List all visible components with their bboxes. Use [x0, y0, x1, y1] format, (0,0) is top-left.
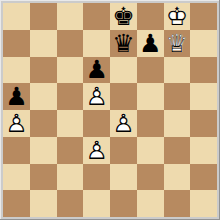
square-a1[interactable]: [3, 190, 30, 217]
square-d2[interactable]: [83, 164, 110, 191]
square-a2[interactable]: [3, 164, 30, 191]
square-d1[interactable]: [83, 190, 110, 217]
square-g5[interactable]: [164, 83, 191, 110]
square-c5[interactable]: [57, 83, 84, 110]
square-g6[interactable]: [164, 57, 191, 84]
square-e6[interactable]: [110, 57, 137, 84]
square-a4[interactable]: ♟♙: [3, 110, 30, 137]
square-b3[interactable]: [30, 137, 57, 164]
piece-outline-glyph: ♙: [85, 138, 107, 163]
square-d7[interactable]: [83, 30, 110, 57]
square-c4[interactable]: [57, 110, 84, 137]
square-a5[interactable]: ♟: [3, 83, 30, 110]
square-f1[interactable]: [137, 190, 164, 217]
square-b8[interactable]: [30, 3, 57, 30]
square-h8[interactable]: [190, 3, 217, 30]
square-f5[interactable]: [137, 83, 164, 110]
piece-solid-glyph: ♚: [112, 4, 134, 29]
square-e1[interactable]: [110, 190, 137, 217]
square-g1[interactable]: [164, 190, 191, 217]
square-c3[interactable]: [57, 137, 84, 164]
square-g2[interactable]: [164, 164, 191, 191]
square-f8[interactable]: [137, 3, 164, 30]
square-b7[interactable]: [30, 30, 57, 57]
square-h2[interactable]: [190, 164, 217, 191]
square-d5[interactable]: ♟♙: [83, 83, 110, 110]
square-g3[interactable]: [164, 137, 191, 164]
black-pawn-d6[interactable]: ♟: [83, 57, 110, 84]
piece-outline-glyph: ♔: [166, 4, 188, 29]
piece-solid-glyph: ♟: [139, 31, 161, 56]
square-b1[interactable]: [30, 190, 57, 217]
square-c7[interactable]: [57, 30, 84, 57]
square-f3[interactable]: [137, 137, 164, 164]
square-e7[interactable]: ♛: [110, 30, 137, 57]
square-h3[interactable]: [190, 137, 217, 164]
square-e4[interactable]: ♟♙: [110, 110, 137, 137]
square-b4[interactable]: [30, 110, 57, 137]
square-d4[interactable]: [83, 110, 110, 137]
square-h1[interactable]: [190, 190, 217, 217]
white-pawn-e4[interactable]: ♟♙: [110, 110, 137, 137]
piece-outline-glyph: ♙: [85, 84, 107, 109]
square-c2[interactable]: [57, 164, 84, 191]
square-e8[interactable]: ♚: [110, 3, 137, 30]
black-queen-e7[interactable]: ♛: [110, 30, 137, 57]
white-pawn-d3[interactable]: ♟♙: [83, 137, 110, 164]
black-pawn-f7[interactable]: ♟: [137, 30, 164, 57]
square-g4[interactable]: [164, 110, 191, 137]
square-d3[interactable]: ♟♙: [83, 137, 110, 164]
square-e2[interactable]: [110, 164, 137, 191]
white-pawn-a4[interactable]: ♟♙: [3, 110, 30, 137]
square-b2[interactable]: [30, 164, 57, 191]
square-h7[interactable]: [190, 30, 217, 57]
square-g7[interactable]: ♛♕: [164, 30, 191, 57]
square-f7[interactable]: ♟: [137, 30, 164, 57]
square-c8[interactable]: [57, 3, 84, 30]
piece-outline-glyph: ♕: [166, 31, 188, 56]
square-a8[interactable]: [3, 3, 30, 30]
piece-solid-glyph: ♟: [5, 84, 27, 109]
square-e3[interactable]: [110, 137, 137, 164]
chess-board: ♚♚♔♛♟♛♕♟♟♟♙♟♙♟♙♟♙: [3, 3, 217, 217]
white-queen-g7[interactable]: ♛♕: [164, 30, 191, 57]
square-h6[interactable]: [190, 57, 217, 84]
piece-outline-glyph: ♙: [112, 111, 134, 136]
square-h5[interactable]: [190, 83, 217, 110]
piece-outline-glyph: ♙: [5, 111, 27, 136]
square-f6[interactable]: [137, 57, 164, 84]
black-pawn-a5[interactable]: ♟: [3, 83, 30, 110]
white-pawn-d5[interactable]: ♟♙: [83, 83, 110, 110]
square-g8[interactable]: ♚♔: [164, 3, 191, 30]
square-a6[interactable]: [3, 57, 30, 84]
square-b6[interactable]: [30, 57, 57, 84]
square-c1[interactable]: [57, 190, 84, 217]
board-frame: ♚♚♔♛♟♛♕♟♟♟♙♟♙♟♙♟♙: [0, 0, 220, 220]
square-f2[interactable]: [137, 164, 164, 191]
square-c6[interactable]: [57, 57, 84, 84]
square-e5[interactable]: [110, 83, 137, 110]
square-b5[interactable]: [30, 83, 57, 110]
white-king-g8[interactable]: ♚♔: [164, 3, 191, 30]
square-h4[interactable]: [190, 110, 217, 137]
square-a3[interactable]: [3, 137, 30, 164]
square-d8[interactable]: [83, 3, 110, 30]
square-a7[interactable]: [3, 30, 30, 57]
piece-solid-glyph: ♟: [85, 57, 107, 82]
square-d6[interactable]: ♟: [83, 57, 110, 84]
black-king-e8[interactable]: ♚: [110, 3, 137, 30]
piece-solid-glyph: ♛: [112, 31, 134, 56]
square-f4[interactable]: [137, 110, 164, 137]
